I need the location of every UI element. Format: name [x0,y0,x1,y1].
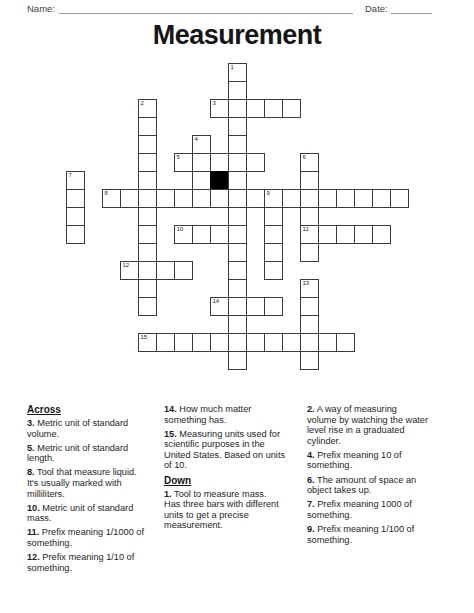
grid-cell-r11c11[interactable] [264,261,283,280]
grid-cell-r10c9[interactable] [228,243,247,262]
grid-cell-r14c9[interactable] [228,315,247,334]
clue-number: 9. [307,524,315,534]
grid-cell-r11c5[interactable] [156,261,175,280]
grid-cell-r15c13[interactable] [300,333,319,352]
clue-text: Metric unit of standard mass. [27,503,133,524]
grid-cell-r7c12[interactable] [282,189,301,208]
grid-cell-r4c9[interactable] [228,135,247,154]
grid-cell-r4c4[interactable] [138,135,157,154]
grid-cell-r7c5[interactable] [156,189,175,208]
cell-number-12: 12 [123,262,130,269]
clue-number: 15. [164,429,177,439]
grid-cell-r7c18[interactable] [390,189,409,208]
grid-cell-r6c4[interactable] [138,171,157,190]
clue-down-6: 6. The amount of space an object takes u… [307,475,469,496]
clue-down-4: 4. Prefix meaning 10 of something. [307,450,469,471]
grid-cell-r7c8[interactable] [210,189,229,208]
grid-cell-r15c12[interactable] [282,333,301,352]
grid-cell-r15c7[interactable] [192,333,211,352]
grid-cell-r15c11[interactable] [264,333,283,352]
cell-number-1: 1 [231,64,234,71]
grid-cell-r12c9[interactable] [228,279,247,298]
grid-cell-r9c0[interactable] [66,225,85,244]
grid-cell-r8c13[interactable] [300,207,319,226]
clue-across-12: 12. Prefix meaning 1/10 of something. [27,552,165,573]
clue-number: 5. [27,443,35,453]
clue-text: Tool that measure liquid. It's usually m… [27,467,137,498]
grid-cell-r13c13[interactable] [300,297,319,316]
clue-text: Prefix meaning 10 of something. [307,450,402,471]
grid-cell-r7c16[interactable] [354,189,373,208]
across-header: Across [27,404,165,415]
clue-across-15: 15. Measuring units used for scientific … [164,429,305,471]
clue-down-1: 1. Tool to measure mass. Has three bars … [164,489,305,531]
cell-number-15: 15 [141,334,148,341]
grid-cell-r11c3[interactable]: 12 [120,261,139,280]
grid-cell-r7c9[interactable] [228,189,247,208]
grid-cell-r16c9[interactable] [228,351,247,370]
grid-cell-r15c14[interactable] [318,333,337,352]
clue-text: A way of measuring volume by watching th… [307,404,428,446]
clue-across-10: 10. Metric unit of standard mass. [27,503,165,524]
grid-cell-r2c9[interactable] [228,99,247,118]
clue-across-8: 8. Tool that measure liquid. It's usuall… [27,467,165,499]
clue-number: 6. [307,475,315,485]
clue-down-9: 9. Prefix meaning 1/100 of something. [307,524,469,545]
clues-column-2: 14. How much matter something has.15. Me… [164,404,305,534]
grid-cell-r9c7[interactable] [192,225,211,244]
grid-cell-r2c4[interactable]: 2 [138,99,157,118]
grid-cell-r6c7[interactable] [192,171,211,190]
clue-text: Prefix meaning 1/10 of something. [27,552,134,573]
grid-cell-r7c6[interactable] [174,189,193,208]
grid-cell-r8c11[interactable] [264,207,283,226]
grid-cell-r11c6[interactable] [174,261,193,280]
grid-cell-r9c4[interactable] [138,225,157,244]
grid-cell-r9c8[interactable] [210,225,229,244]
clue-number: 8. [27,467,35,477]
black-cell [210,171,229,190]
grid-cell-r5c10[interactable] [246,153,265,172]
grid-cell-r8c9[interactable] [228,207,247,226]
grid-cell-r13c10[interactable] [246,297,265,316]
cell-number-5: 5 [177,154,180,161]
clue-text: How much matter something has. [164,404,251,425]
clue-across-5: 5. Metric unit of standard length. [27,443,165,464]
grid-cell-r15c6[interactable] [174,333,193,352]
grid-cell-r9c14[interactable] [318,225,337,244]
grid-cell-r13c9[interactable] [228,297,247,316]
cell-number-2: 2 [141,100,144,107]
grid-cell-r16c13[interactable] [300,351,319,370]
grid-cell-r15c10[interactable] [246,333,265,352]
cell-number-3: 3 [213,100,216,107]
grid-cell-r9c11[interactable] [264,225,283,244]
grid-cell-r2c12[interactable] [282,99,301,118]
grid-cell-r3c4[interactable] [138,117,157,136]
clue-text: Prefix meaning 1/100 of something. [307,524,414,545]
clue-number: 11. [27,527,39,537]
grid-cell-r15c5[interactable] [156,333,175,352]
grid-cell-r5c8[interactable] [210,153,229,172]
grid-cell-r4c7[interactable]: 4 [192,135,211,154]
grid-cell-r7c13[interactable] [300,189,319,208]
grid-cell-r5c7[interactable] [192,153,211,172]
cell-number-13: 13 [303,280,310,287]
grid-cell-r7c11[interactable]: 9 [264,189,283,208]
grid-cell-r15c4[interactable]: 15 [138,333,157,352]
clue-across-11: 11. Prefix meaning 1/1000 of something. [27,527,165,548]
grid-cell-r7c4[interactable] [138,189,157,208]
grid-cell-r7c14[interactable] [318,189,337,208]
grid-cell-r2c11[interactable] [264,99,283,118]
clue-text: Measuring units used for scientific purp… [164,429,285,471]
grid-cell-r5c13[interactable]: 6 [300,153,319,172]
grid-cell-r10c11[interactable] [264,243,283,262]
cell-number-10: 10 [177,226,184,233]
grid-cell-r7c3[interactable] [120,189,139,208]
cell-number-4: 4 [195,136,198,143]
date-label: Date: [365,3,388,14]
grid-cell-r6c13[interactable] [300,171,319,190]
grid-cell-r12c13[interactable]: 13 [300,279,319,298]
date-line [391,12,432,14]
clue-number: 3. [27,418,35,428]
grid-cell-r1c9[interactable] [228,81,247,100]
clue-number: 10. [27,503,40,513]
clue-down-2: 2. A way of measuring volume by watching… [307,404,469,446]
grid-cell-r11c4[interactable] [138,261,157,280]
grid-cell-r3c9[interactable] [228,117,247,136]
clues-column-3: 2. A way of measuring volume by watching… [307,404,469,549]
grid-cell-r0c9[interactable]: 1 [228,63,247,82]
grid-cell-r2c10[interactable] [246,99,265,118]
clue-text: Tool to measure mass. Has three bars wit… [164,489,279,531]
clue-number: 4. [307,450,315,460]
grid-cell-r12c4[interactable] [138,279,157,298]
cell-number-11: 11 [303,226,309,233]
clue-text: Prefix meaning 1000 of something. [307,499,412,520]
cell-number-6: 6 [303,154,306,161]
grid-cell-r5c4[interactable] [138,153,157,172]
grid-cell-r13c4[interactable] [138,297,157,316]
clue-across-3: 3. Metric unit of standard volume. [27,418,165,439]
down-header: Down [164,475,305,486]
clue-number: 12. [27,552,40,562]
clue-text: Metric unit of standard volume. [27,418,128,439]
grid-cell-r10c13[interactable] [300,243,319,262]
grid-cell-r15c8[interactable] [210,333,229,352]
grid-cell-r9c15[interactable] [336,225,355,244]
grid-cell-r8c0[interactable] [66,207,85,226]
grid-cell-r7c10[interactable] [246,189,265,208]
grid-cell-r7c7[interactable] [192,189,211,208]
grid-cell-r7c2[interactable]: 8 [102,189,121,208]
grid-cell-r10c4[interactable] [138,243,157,262]
grid-cell-r15c15[interactable] [336,333,355,352]
puzzle-title: Measurement [0,20,474,51]
grid-cell-r9c17[interactable] [372,225,391,244]
grid-cell-r11c9[interactable] [228,261,247,280]
clues-column-1: Across3. Metric unit of standard volume.… [27,404,165,577]
worksheet-page: Name: Date: Measurement 1234567891011121… [0,0,474,613]
grid-cell-r7c0[interactable] [66,189,85,208]
grid-cell-r9c13[interactable]: 11 [300,225,319,244]
cell-number-8: 8 [105,190,108,197]
cell-number-14: 14 [213,298,220,305]
grid-cell-r6c9[interactable] [228,171,247,190]
crossword-grid: 123456789101112131415 [66,63,409,370]
grid-cell-r9c6[interactable]: 10 [174,225,193,244]
clue-across-14: 14. How much matter something has. [164,404,305,425]
clue-down-7: 7. Prefix meaning 1000 of something. [307,499,469,520]
grid-cell-r5c6[interactable]: 5 [174,153,193,172]
grid-cell-r9c9[interactable] [228,225,247,244]
clue-text: The amount of space an object takes up. [307,475,416,496]
clue-number: 7. [307,499,315,509]
grid-cell-r7c17[interactable] [372,189,391,208]
clue-number: 14. [164,404,177,414]
grid-cell-r13c8[interactable]: 14 [210,297,229,316]
grid-cell-r2c8[interactable]: 3 [210,99,229,118]
name-label: Name: [27,3,55,14]
cell-number-7: 7 [69,172,72,179]
clue-number: 1. [164,489,172,499]
name-line [59,12,353,14]
cell-number-9: 9 [267,190,270,197]
grid-cell-r5c9[interactable] [228,153,247,172]
grid-cell-r8c4[interactable] [138,207,157,226]
grid-cell-r7c15[interactable] [336,189,355,208]
grid-cell-r6c0[interactable]: 7 [66,171,85,190]
clue-text: Metric unit of standard length. [27,443,128,464]
grid-cell-r9c16[interactable] [354,225,373,244]
grid-cell-r15c9[interactable] [228,333,247,352]
clue-number: 2. [307,404,315,414]
grid-cell-r13c11[interactable] [264,297,283,316]
clue-text: Prefix meaning 1/1000 of something. [27,527,144,548]
grid-cell-r14c13[interactable] [300,315,319,334]
